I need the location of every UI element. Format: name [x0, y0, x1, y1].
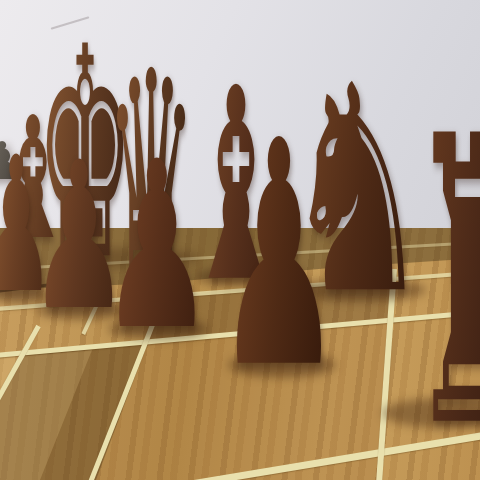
piece-pawn-4[interactable]: ♟ — [216, 101, 342, 412]
pawn-glyph: ♟ — [101, 131, 214, 362]
pawn-glyph: ♟ — [216, 101, 342, 412]
piece-pawn-3[interactable]: ♟ — [101, 131, 214, 362]
piece-rook[interactable]: ♜ — [405, 86, 480, 480]
chess-photo-scene: ♟ ♝ ♚ ♛ ♝ ♞ ♟ ♟ ♟ ♟ ♜ — [0, 0, 480, 480]
rook-glyph: ♜ — [405, 86, 480, 480]
